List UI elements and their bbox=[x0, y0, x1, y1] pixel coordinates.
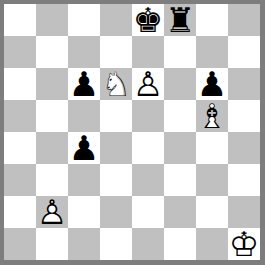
white-pawn-glyph: ♙ bbox=[36, 196, 68, 228]
piece-white-king[interactable]: ♚♔ bbox=[228, 228, 260, 260]
square-e4[interactable] bbox=[132, 132, 164, 164]
chessboard-frame: ♚♜♟♞♘♟♙♟♝♗♟♟♙♚♔ bbox=[0, 0, 265, 265]
square-d8[interactable] bbox=[100, 4, 132, 36]
square-f3[interactable] bbox=[164, 164, 196, 196]
chessboard: ♚♜♟♞♘♟♙♟♝♗♟♟♙♚♔ bbox=[4, 4, 260, 260]
black-pawn-glyph: ♟ bbox=[68, 68, 100, 100]
square-c4[interactable]: ♟ bbox=[68, 132, 100, 164]
square-g4[interactable] bbox=[196, 132, 228, 164]
square-d5[interactable] bbox=[100, 100, 132, 132]
piece-white-knight[interactable]: ♞♘ bbox=[100, 68, 132, 100]
piece-white-bishop[interactable]: ♝♗ bbox=[196, 100, 228, 132]
square-f7[interactable] bbox=[164, 36, 196, 68]
square-e8[interactable]: ♚ bbox=[132, 4, 164, 36]
piece-black-pawn[interactable]: ♟ bbox=[68, 68, 100, 100]
square-h3[interactable] bbox=[228, 164, 260, 196]
square-e5[interactable] bbox=[132, 100, 164, 132]
black-rook-glyph: ♜ bbox=[164, 4, 196, 36]
square-h4[interactable] bbox=[228, 132, 260, 164]
square-e6[interactable]: ♟♙ bbox=[132, 68, 164, 100]
square-b6[interactable] bbox=[36, 68, 68, 100]
square-b2[interactable]: ♟♙ bbox=[36, 196, 68, 228]
white-king-glyph: ♔ bbox=[228, 228, 260, 260]
black-pawn-glyph: ♟ bbox=[68, 132, 100, 164]
square-d3[interactable] bbox=[100, 164, 132, 196]
piece-black-king[interactable]: ♚ bbox=[132, 4, 164, 36]
square-h7[interactable] bbox=[228, 36, 260, 68]
square-g1[interactable] bbox=[196, 228, 228, 260]
square-a6[interactable] bbox=[4, 68, 36, 100]
square-c6[interactable]: ♟ bbox=[68, 68, 100, 100]
square-a2[interactable] bbox=[4, 196, 36, 228]
square-b1[interactable] bbox=[36, 228, 68, 260]
square-f5[interactable] bbox=[164, 100, 196, 132]
white-knight-glyph: ♘ bbox=[100, 68, 132, 100]
square-b4[interactable] bbox=[36, 132, 68, 164]
square-d2[interactable] bbox=[100, 196, 132, 228]
square-g3[interactable] bbox=[196, 164, 228, 196]
square-c2[interactable] bbox=[68, 196, 100, 228]
square-b8[interactable] bbox=[36, 4, 68, 36]
square-d4[interactable] bbox=[100, 132, 132, 164]
piece-black-pawn[interactable]: ♟ bbox=[68, 132, 100, 164]
square-d6[interactable]: ♞♘ bbox=[100, 68, 132, 100]
square-a3[interactable] bbox=[4, 164, 36, 196]
square-e1[interactable] bbox=[132, 228, 164, 260]
square-c1[interactable] bbox=[68, 228, 100, 260]
square-f8[interactable]: ♜ bbox=[164, 4, 196, 36]
square-f1[interactable] bbox=[164, 228, 196, 260]
square-f2[interactable] bbox=[164, 196, 196, 228]
square-a8[interactable] bbox=[4, 4, 36, 36]
square-a5[interactable] bbox=[4, 100, 36, 132]
black-king-glyph: ♚ bbox=[132, 4, 164, 36]
square-a1[interactable] bbox=[4, 228, 36, 260]
white-bishop-glyph: ♗ bbox=[196, 100, 228, 132]
square-f6[interactable] bbox=[164, 68, 196, 100]
square-e3[interactable] bbox=[132, 164, 164, 196]
piece-black-rook[interactable]: ♜ bbox=[164, 4, 196, 36]
square-c3[interactable] bbox=[68, 164, 100, 196]
square-b5[interactable] bbox=[36, 100, 68, 132]
square-a4[interactable] bbox=[4, 132, 36, 164]
square-d1[interactable] bbox=[100, 228, 132, 260]
square-c8[interactable] bbox=[68, 4, 100, 36]
square-f4[interactable] bbox=[164, 132, 196, 164]
square-a7[interactable] bbox=[4, 36, 36, 68]
piece-white-pawn[interactable]: ♟♙ bbox=[36, 196, 68, 228]
white-pawn-glyph: ♙ bbox=[132, 68, 164, 100]
square-g5[interactable]: ♝♗ bbox=[196, 100, 228, 132]
square-h8[interactable] bbox=[228, 4, 260, 36]
square-e2[interactable] bbox=[132, 196, 164, 228]
square-h6[interactable] bbox=[228, 68, 260, 100]
square-g2[interactable] bbox=[196, 196, 228, 228]
piece-white-pawn[interactable]: ♟♙ bbox=[132, 68, 164, 100]
square-b7[interactable] bbox=[36, 36, 68, 68]
square-g8[interactable] bbox=[196, 4, 228, 36]
square-h5[interactable] bbox=[228, 100, 260, 132]
square-h1[interactable]: ♚♔ bbox=[228, 228, 260, 260]
